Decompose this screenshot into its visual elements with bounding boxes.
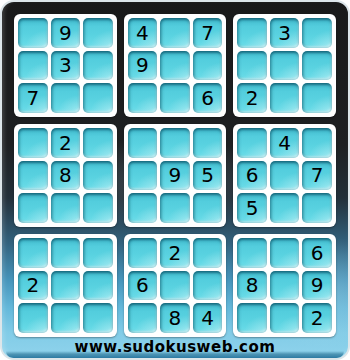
sudoku-board-frame: 937 4796 32 28 95 4675 2 2684 6892 www.s… — [0, 0, 350, 360]
cell-r7c4[interactable] — [128, 238, 158, 268]
cell-r2c8[interactable] — [270, 51, 300, 81]
box-r1c3: 32 — [233, 14, 336, 117]
cell-r3c4[interactable] — [128, 83, 158, 113]
cell-r3c6[interactable]: 6 — [193, 83, 223, 113]
box-r3c1: 2 — [14, 234, 117, 337]
cell-r8c4[interactable]: 6 — [128, 271, 158, 301]
cell-r7c6[interactable] — [193, 238, 223, 268]
cell-r9c2[interactable] — [51, 303, 81, 333]
cell-r9c6[interactable]: 4 — [193, 303, 223, 333]
cell-r4c6[interactable] — [193, 128, 223, 158]
cell-r8c7[interactable]: 8 — [237, 271, 267, 301]
cell-r8c3[interactable] — [83, 271, 113, 301]
cell-r2c5[interactable] — [160, 51, 190, 81]
cell-r5c2[interactable]: 8 — [51, 161, 81, 191]
cell-r5c5[interactable]: 9 — [160, 161, 190, 191]
cell-r1c8[interactable]: 3 — [270, 18, 300, 48]
cell-r9c4[interactable] — [128, 303, 158, 333]
cell-r1c3[interactable] — [83, 18, 113, 48]
cell-r6c5[interactable] — [160, 193, 190, 223]
cell-r2c2[interactable]: 3 — [51, 51, 81, 81]
cell-r6c6[interactable] — [193, 193, 223, 223]
cell-r9c7[interactable] — [237, 303, 267, 333]
cell-r3c9[interactable] — [302, 83, 332, 113]
cell-r6c1[interactable] — [18, 193, 48, 223]
cell-r7c3[interactable] — [83, 238, 113, 268]
cell-r2c1[interactable] — [18, 51, 48, 81]
cell-r5c1[interactable] — [18, 161, 48, 191]
box-r2c1: 28 — [14, 124, 117, 227]
cell-r2c9[interactable] — [302, 51, 332, 81]
cell-r4c8[interactable]: 4 — [270, 128, 300, 158]
cell-r1c4[interactable]: 4 — [128, 18, 158, 48]
box-r1c1: 937 — [14, 14, 117, 117]
cell-r4c1[interactable] — [18, 128, 48, 158]
cell-r8c8[interactable] — [270, 271, 300, 301]
cell-r2c4[interactable]: 9 — [128, 51, 158, 81]
cell-r5c3[interactable] — [83, 161, 113, 191]
cell-r6c4[interactable] — [128, 193, 158, 223]
cell-r7c5[interactable]: 2 — [160, 238, 190, 268]
cell-r9c3[interactable] — [83, 303, 113, 333]
box-r3c3: 6892 — [233, 234, 336, 337]
cell-r4c2[interactable]: 2 — [51, 128, 81, 158]
cell-r5c8[interactable] — [270, 161, 300, 191]
box-r2c2: 95 — [124, 124, 227, 227]
cell-r7c1[interactable] — [18, 238, 48, 268]
cell-r2c6[interactable] — [193, 51, 223, 81]
cell-r4c3[interactable] — [83, 128, 113, 158]
cell-r6c7[interactable]: 5 — [237, 193, 267, 223]
cell-r5c6[interactable]: 5 — [193, 161, 223, 191]
cell-r4c5[interactable] — [160, 128, 190, 158]
cell-r3c8[interactable] — [270, 83, 300, 113]
cell-r3c7[interactable]: 2 — [237, 83, 267, 113]
cell-r1c5[interactable] — [160, 18, 190, 48]
cell-r2c3[interactable] — [83, 51, 113, 81]
cell-r8c1[interactable]: 2 — [18, 271, 48, 301]
cell-r8c5[interactable] — [160, 271, 190, 301]
site-url[interactable]: www.sudokusweb.com — [2, 338, 348, 356]
box-r2c3: 4675 — [233, 124, 336, 227]
cell-r5c9[interactable]: 7 — [302, 161, 332, 191]
cell-r3c2[interactable] — [51, 83, 81, 113]
cell-r7c8[interactable] — [270, 238, 300, 268]
cell-r1c9[interactable] — [302, 18, 332, 48]
cell-r5c4[interactable] — [128, 161, 158, 191]
box-r3c2: 2684 — [124, 234, 227, 337]
sudoku-board: 937 4796 32 28 95 4675 2 2684 6892 — [14, 14, 336, 337]
cell-r9c1[interactable] — [18, 303, 48, 333]
cell-r7c7[interactable] — [237, 238, 267, 268]
cell-r3c5[interactable] — [160, 83, 190, 113]
box-r1c2: 4796 — [124, 14, 227, 117]
cell-r7c2[interactable] — [51, 238, 81, 268]
cell-r8c6[interactable] — [193, 271, 223, 301]
cell-r3c3[interactable] — [83, 83, 113, 113]
cell-r1c1[interactable] — [18, 18, 48, 48]
cell-r1c2[interactable]: 9 — [51, 18, 81, 48]
cell-r4c4[interactable] — [128, 128, 158, 158]
cell-r9c9[interactable]: 2 — [302, 303, 332, 333]
cell-r6c8[interactable] — [270, 193, 300, 223]
cell-r5c7[interactable]: 6 — [237, 161, 267, 191]
cell-r9c5[interactable]: 8 — [160, 303, 190, 333]
cell-r9c8[interactable] — [270, 303, 300, 333]
cell-r4c7[interactable] — [237, 128, 267, 158]
cell-r8c9[interactable]: 9 — [302, 271, 332, 301]
cell-r7c9[interactable]: 6 — [302, 238, 332, 268]
cell-r4c9[interactable] — [302, 128, 332, 158]
cell-r1c6[interactable]: 7 — [193, 18, 223, 48]
cell-r8c2[interactable] — [51, 271, 81, 301]
cell-r2c7[interactable] — [237, 51, 267, 81]
cell-r6c2[interactable] — [51, 193, 81, 223]
cell-r3c1[interactable]: 7 — [18, 83, 48, 113]
cell-r6c3[interactable] — [83, 193, 113, 223]
cell-r6c9[interactable] — [302, 193, 332, 223]
cell-r1c7[interactable] — [237, 18, 267, 48]
